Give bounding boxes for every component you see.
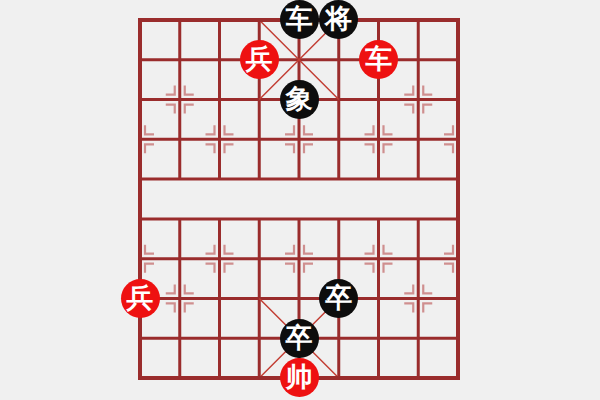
black-chariot-glyph: 车	[286, 5, 313, 32]
black-soldier[interactable]: 卒	[319, 279, 358, 318]
xiangqi-screen: 车将兵车象兵帅卒卒	[0, 0, 600, 400]
xiangqi-board[interactable]: 车将兵车象兵帅卒卒	[120, 0, 478, 398]
red-chariot-glyph: 车	[365, 45, 392, 72]
red-soldier-glyph: 兵	[246, 45, 273, 72]
red-soldier[interactable]: 兵	[121, 279, 160, 318]
black-soldier-glyph: 卒	[325, 284, 352, 311]
black-elephant-glyph: 象	[286, 85, 313, 112]
black-elephant[interactable]: 象	[280, 80, 319, 119]
black-general[interactable]: 将	[319, 0, 358, 39]
red-chariot[interactable]: 车	[359, 40, 398, 79]
black-chariot[interactable]: 车	[280, 0, 319, 39]
red-soldier-glyph: 兵	[127, 284, 154, 311]
black-general-glyph: 将	[325, 5, 352, 32]
black-soldier-glyph: 卒	[286, 324, 313, 351]
black-soldier[interactable]: 卒	[280, 319, 319, 358]
red-general-glyph: 帅	[286, 363, 313, 390]
red-soldier[interactable]: 兵	[240, 40, 279, 79]
red-general[interactable]: 帅	[280, 358, 319, 397]
